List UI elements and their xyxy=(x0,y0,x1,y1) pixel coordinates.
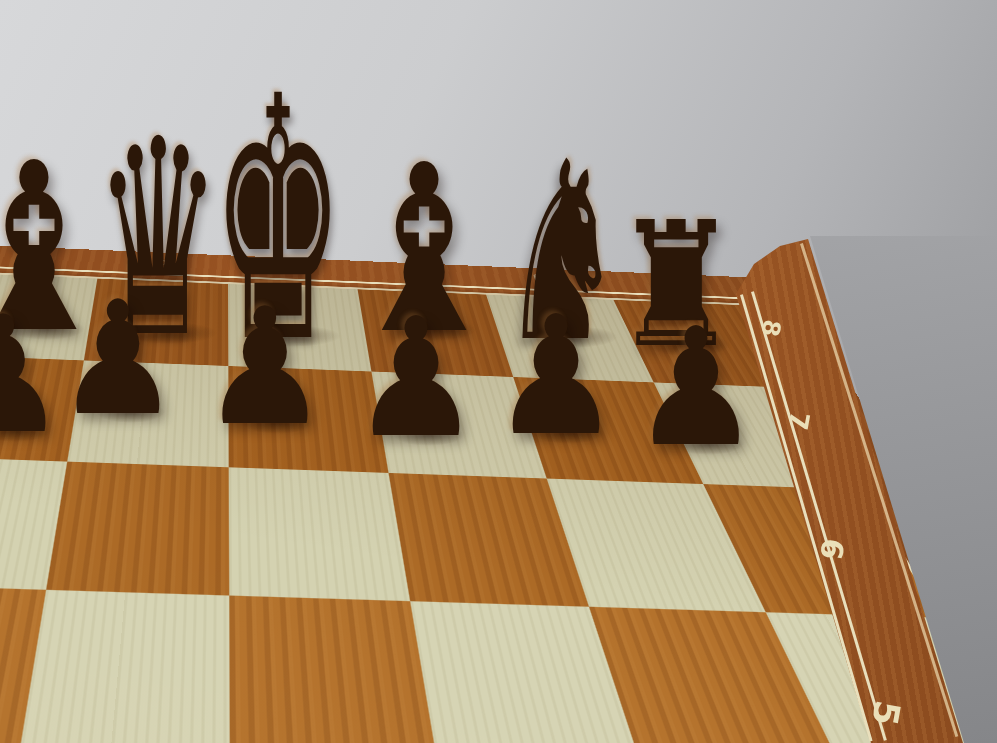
photo-scene: abcdefgh 8765 ♞♝♛♚♝♞♜♟♟♟♟♟♟ xyxy=(0,0,997,743)
piece-e7-pawn: ♟ xyxy=(201,287,328,448)
piece-h7-pawn: ♟ xyxy=(632,307,760,470)
square-e6 xyxy=(229,467,410,601)
square-d5 xyxy=(18,590,229,743)
piece-d7-pawn: ♟ xyxy=(56,280,180,437)
square-e5 xyxy=(229,596,438,743)
square-d6 xyxy=(46,462,229,596)
piece-f7-pawn: ♟ xyxy=(351,297,481,461)
piece-g7-pawn: ♟ xyxy=(491,295,621,459)
